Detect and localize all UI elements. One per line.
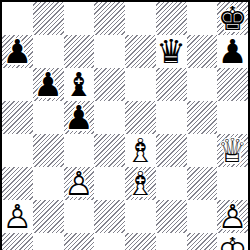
square-g3[interactable] — [187, 167, 218, 200]
black-king-icon: ♚♚ — [217, 2, 248, 35]
square-d8[interactable] — [94, 2, 125, 35]
square-h8[interactable]: ♚♚ — [217, 2, 248, 35]
square-h1[interactable]: ♚♔ — [217, 233, 248, 250]
square-d5[interactable] — [94, 101, 125, 134]
square-f4[interactable] — [156, 134, 187, 167]
white-bishop-icon: ♝♗ — [125, 134, 156, 167]
square-c1[interactable] — [64, 233, 95, 250]
white-king-icon: ♚♔ — [217, 233, 248, 250]
square-f2[interactable] — [156, 200, 187, 233]
square-a4[interactable] — [2, 134, 33, 167]
square-d6[interactable] — [94, 68, 125, 101]
square-a6[interactable] — [2, 68, 33, 101]
square-h7[interactable]: ♟♟ — [217, 35, 248, 68]
square-g1[interactable] — [187, 233, 218, 250]
white-pawn-icon: ♟♙ — [2, 200, 33, 233]
square-f7[interactable]: ♛♛ — [156, 35, 187, 68]
square-e2[interactable] — [125, 200, 156, 233]
square-c8[interactable] — [64, 2, 95, 35]
square-a1[interactable] — [2, 233, 33, 250]
square-b1[interactable] — [33, 233, 64, 250]
square-f5[interactable] — [156, 101, 187, 134]
black-queen-icon: ♛♛ — [156, 35, 187, 68]
black-pawn-icon: ♟♟ — [2, 35, 33, 68]
square-c3[interactable]: ♟♙ — [64, 167, 95, 200]
square-g6[interactable] — [187, 68, 218, 101]
square-c2[interactable] — [64, 200, 95, 233]
square-g5[interactable] — [187, 101, 218, 134]
square-e8[interactable] — [125, 2, 156, 35]
square-e6[interactable] — [125, 68, 156, 101]
square-b6[interactable]: ♟♟ — [33, 68, 64, 101]
chess-board: ♚♚♟♟♛♛♟♟♟♟♝♝♟♟♝♗♛♕♟♙♝♗♟♙♟♙♚♔ — [0, 0, 250, 250]
square-a5[interactable] — [2, 101, 33, 134]
square-h2[interactable]: ♟♙ — [217, 200, 248, 233]
square-d1[interactable] — [94, 233, 125, 250]
square-d3[interactable] — [94, 167, 125, 200]
square-h4[interactable]: ♛♕ — [217, 134, 248, 167]
square-e1[interactable] — [125, 233, 156, 250]
square-h3[interactable] — [217, 167, 248, 200]
white-pawn-icon: ♟♙ — [64, 167, 95, 200]
square-d7[interactable] — [94, 35, 125, 68]
square-f3[interactable] — [156, 167, 187, 200]
square-e3[interactable]: ♝♗ — [125, 167, 156, 200]
white-pawn-icon: ♟♙ — [217, 200, 248, 233]
square-b8[interactable] — [33, 2, 64, 35]
square-f1[interactable] — [156, 233, 187, 250]
square-d4[interactable] — [94, 134, 125, 167]
square-b2[interactable] — [33, 200, 64, 233]
square-b3[interactable] — [33, 167, 64, 200]
square-b4[interactable] — [33, 134, 64, 167]
black-pawn-icon: ♟♟ — [33, 68, 64, 101]
square-c4[interactable] — [64, 134, 95, 167]
square-g7[interactable] — [187, 35, 218, 68]
black-bishop-icon: ♝♝ — [64, 68, 95, 101]
square-h5[interactable] — [217, 101, 248, 134]
square-e7[interactable] — [125, 35, 156, 68]
white-queen-icon: ♛♕ — [217, 134, 248, 167]
square-c7[interactable] — [64, 35, 95, 68]
white-bishop-icon: ♝♗ — [125, 167, 156, 200]
square-g2[interactable] — [187, 200, 218, 233]
square-g8[interactable] — [187, 2, 218, 35]
square-b5[interactable] — [33, 101, 64, 134]
square-d2[interactable] — [94, 200, 125, 233]
square-e5[interactable] — [125, 101, 156, 134]
black-pawn-icon: ♟♟ — [217, 35, 248, 68]
square-a8[interactable] — [2, 2, 33, 35]
chess-diagram: ♚♚♟♟♛♛♟♟♟♟♝♝♟♟♝♗♛♕♟♙♝♗♟♙♟♙♚♔ — [0, 0, 250, 250]
square-f8[interactable] — [156, 2, 187, 35]
square-b7[interactable] — [33, 35, 64, 68]
square-e4[interactable]: ♝♗ — [125, 134, 156, 167]
square-h6[interactable] — [217, 68, 248, 101]
square-g4[interactable] — [187, 134, 218, 167]
square-f6[interactable] — [156, 68, 187, 101]
square-c5[interactable]: ♟♟ — [64, 101, 95, 134]
square-c6[interactable]: ♝♝ — [64, 68, 95, 101]
black-pawn-icon: ♟♟ — [64, 101, 95, 134]
square-a2[interactable]: ♟♙ — [2, 200, 33, 233]
square-a3[interactable] — [2, 167, 33, 200]
square-a7[interactable]: ♟♟ — [2, 35, 33, 68]
